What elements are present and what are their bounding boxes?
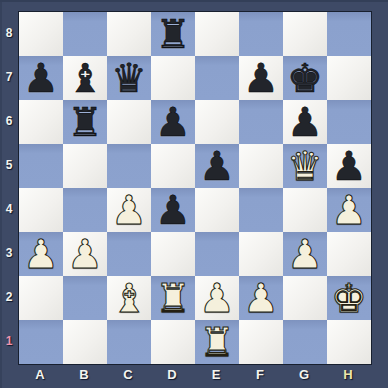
square-a7[interactable]: ♟	[19, 56, 63, 100]
file-label-d: D	[150, 364, 194, 388]
square-b8[interactable]	[63, 12, 107, 56]
square-c5[interactable]	[107, 144, 151, 188]
square-f2[interactable]: ♟	[239, 276, 283, 320]
chess-board: ♜♟♝♛♟♚♜♟♟♟♛♟♟♟♟♟♟♟♝♜♟♟♚♜	[18, 11, 372, 365]
square-b7[interactable]: ♝	[63, 56, 107, 100]
piece-white-pawn-h4[interactable]: ♟	[331, 188, 367, 232]
square-f8[interactable]	[239, 12, 283, 56]
square-c4[interactable]: ♟	[107, 188, 151, 232]
square-h3[interactable]	[327, 232, 371, 276]
square-c3[interactable]	[107, 232, 151, 276]
square-a8[interactable]	[19, 12, 63, 56]
square-d5[interactable]	[151, 144, 195, 188]
square-e2[interactable]: ♟	[195, 276, 239, 320]
piece-white-pawn-b3[interactable]: ♟	[67, 232, 103, 276]
square-g4[interactable]	[283, 188, 327, 232]
square-f1[interactable]	[239, 320, 283, 364]
rank-label-6: 6	[0, 99, 18, 143]
rank-label-7: 7	[0, 55, 18, 99]
piece-white-queen-g5[interactable]: ♛	[287, 144, 323, 188]
square-b2[interactable]	[63, 276, 107, 320]
square-d7[interactable]	[151, 56, 195, 100]
square-h5[interactable]: ♟	[327, 144, 371, 188]
square-a4[interactable]	[19, 188, 63, 232]
square-a2[interactable]	[19, 276, 63, 320]
file-label-g: G	[282, 364, 326, 388]
square-f3[interactable]	[239, 232, 283, 276]
square-a6[interactable]	[19, 100, 63, 144]
square-b4[interactable]	[63, 188, 107, 232]
square-g6[interactable]: ♟	[283, 100, 327, 144]
square-g5[interactable]: ♛	[283, 144, 327, 188]
piece-black-rook-b6[interactable]: ♜	[67, 100, 103, 144]
square-f4[interactable]	[239, 188, 283, 232]
piece-white-pawn-f2[interactable]: ♟	[243, 276, 279, 320]
square-d2[interactable]: ♜	[151, 276, 195, 320]
piece-black-pawn-a7[interactable]: ♟	[23, 56, 59, 100]
square-h4[interactable]: ♟	[327, 188, 371, 232]
square-g7[interactable]: ♚	[283, 56, 327, 100]
square-f6[interactable]	[239, 100, 283, 144]
square-b1[interactable]	[63, 320, 107, 364]
square-g2[interactable]	[283, 276, 327, 320]
file-label-h: H	[326, 364, 370, 388]
piece-black-king-g7[interactable]: ♚	[287, 56, 323, 100]
piece-black-bishop-b7[interactable]: ♝	[67, 56, 103, 100]
chess-diagram: 87654321 ♜♟♝♛♟♚♜♟♟♟♛♟♟♟♟♟♟♟♝♜♟♟♚♜ ABCDEF…	[0, 0, 388, 388]
file-labels: ABCDEFGH	[18, 364, 372, 388]
piece-white-rook-d2[interactable]: ♜	[155, 276, 191, 320]
square-e1[interactable]: ♜	[195, 320, 239, 364]
piece-black-pawn-e5[interactable]: ♟	[199, 144, 235, 188]
piece-black-pawn-d4[interactable]: ♟	[155, 188, 191, 232]
square-c8[interactable]	[107, 12, 151, 56]
square-a1[interactable]	[19, 320, 63, 364]
file-label-a: A	[18, 364, 62, 388]
square-d1[interactable]	[151, 320, 195, 364]
square-b6[interactable]: ♜	[63, 100, 107, 144]
square-c2[interactable]: ♝	[107, 276, 151, 320]
square-d8[interactable]: ♜	[151, 12, 195, 56]
square-h7[interactable]	[327, 56, 371, 100]
piece-black-rook-d8[interactable]: ♜	[155, 12, 191, 56]
rank-label-3: 3	[0, 231, 18, 275]
square-c7[interactable]: ♛	[107, 56, 151, 100]
piece-white-bishop-c2[interactable]: ♝	[111, 276, 147, 320]
square-d4[interactable]: ♟	[151, 188, 195, 232]
square-e8[interactable]	[195, 12, 239, 56]
rank-label-2: 2	[0, 275, 18, 319]
piece-white-pawn-a3[interactable]: ♟	[23, 232, 59, 276]
square-b3[interactable]: ♟	[63, 232, 107, 276]
square-h6[interactable]	[327, 100, 371, 144]
square-g1[interactable]	[283, 320, 327, 364]
square-g3[interactable]: ♟	[283, 232, 327, 276]
square-e4[interactable]	[195, 188, 239, 232]
file-label-b: B	[62, 364, 106, 388]
piece-white-king-h2[interactable]: ♚	[331, 276, 367, 320]
square-e7[interactable]	[195, 56, 239, 100]
square-e6[interactable]	[195, 100, 239, 144]
file-label-c: C	[106, 364, 150, 388]
rank-labels: 87654321	[0, 11, 18, 363]
rank-label-4: 4	[0, 187, 18, 231]
piece-black-pawn-f7[interactable]: ♟	[243, 56, 279, 100]
piece-black-pawn-g6[interactable]: ♟	[287, 100, 323, 144]
rank-label-8: 8	[0, 11, 18, 55]
square-e5[interactable]: ♟	[195, 144, 239, 188]
square-e3[interactable]	[195, 232, 239, 276]
square-h1[interactable]	[327, 320, 371, 364]
square-g8[interactable]	[283, 12, 327, 56]
square-b5[interactable]	[63, 144, 107, 188]
square-c1[interactable]	[107, 320, 151, 364]
square-h2[interactable]: ♚	[327, 276, 371, 320]
piece-black-queen-c7[interactable]: ♛	[111, 56, 147, 100]
square-f5[interactable]	[239, 144, 283, 188]
square-d3[interactable]	[151, 232, 195, 276]
square-a3[interactable]: ♟	[19, 232, 63, 276]
square-f7[interactable]: ♟	[239, 56, 283, 100]
piece-white-pawn-e2[interactable]: ♟	[199, 276, 235, 320]
file-label-f: F	[238, 364, 282, 388]
piece-white-pawn-g3[interactable]: ♟	[287, 232, 323, 276]
square-c6[interactable]	[107, 100, 151, 144]
piece-white-rook-e1[interactable]: ♜	[199, 320, 235, 364]
rank-label-1: 1	[0, 319, 18, 363]
piece-black-pawn-d6[interactable]: ♟	[155, 100, 191, 144]
square-h8[interactable]	[327, 12, 371, 56]
piece-black-pawn-h5[interactable]: ♟	[331, 144, 367, 188]
square-d6[interactable]: ♟	[151, 100, 195, 144]
piece-white-pawn-c4[interactable]: ♟	[111, 188, 147, 232]
rank-label-5: 5	[0, 143, 18, 187]
file-label-e: E	[194, 364, 238, 388]
square-a5[interactable]	[19, 144, 63, 188]
